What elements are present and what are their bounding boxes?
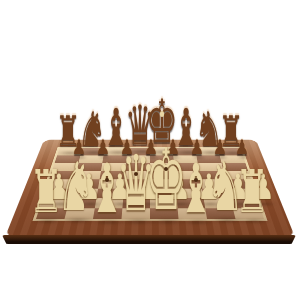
chess-set-photo: ♜♞♝♛♚♝♞♜♟♟♟♟♟♟♟♟♟♟♟♟♟♟♟♟♜♞♝♛♚♝♞♜ xyxy=(0,0,300,300)
pieces-layer: ♜♞♝♛♚♝♞♜♟♟♟♟♟♟♟♟♟♟♟♟♟♟♟♟♜♞♝♛♚♝♞♜ xyxy=(0,0,300,300)
piece-white-rook-h1: ♜ xyxy=(235,162,269,221)
